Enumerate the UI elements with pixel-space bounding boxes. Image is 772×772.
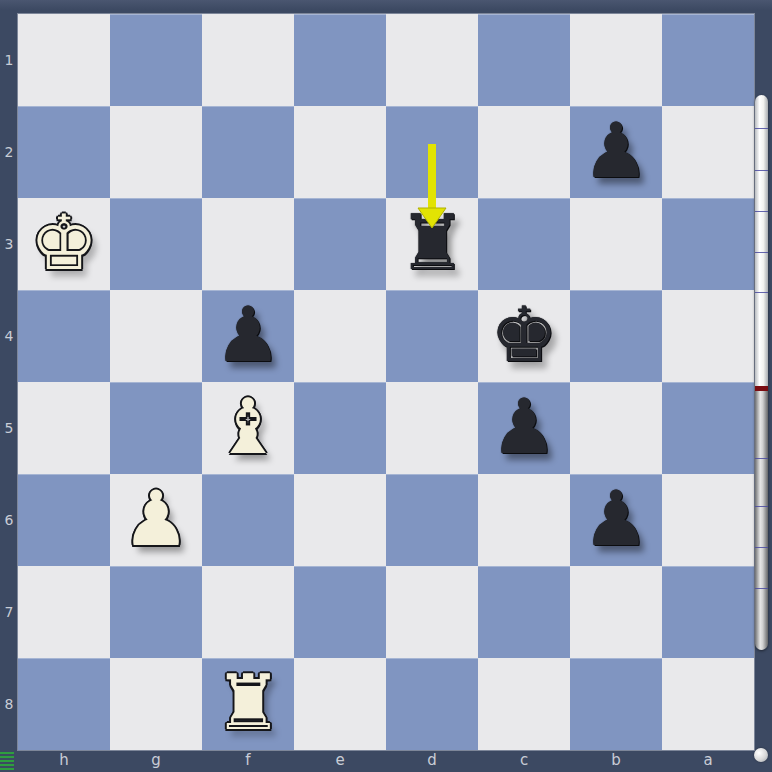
file-label-f: f (202, 750, 294, 772)
file-label-b: b (570, 750, 662, 772)
square-d1[interactable] (386, 14, 478, 106)
rank-label-8: 8 (0, 658, 18, 750)
square-f1[interactable] (202, 14, 294, 106)
square-a2[interactable] (662, 106, 754, 198)
white-bishop-f5[interactable]: ♝ (202, 382, 294, 474)
square-b3[interactable] (570, 198, 662, 290)
black-pawn-c5[interactable]: ♟ (478, 382, 570, 474)
white-king-h3[interactable]: ♚ (18, 198, 110, 290)
square-a3[interactable] (662, 198, 754, 290)
file-label-g: g (110, 750, 202, 772)
eval-bar-tick (755, 211, 768, 212)
square-g4[interactable] (110, 290, 202, 382)
file-label-d: d (386, 750, 478, 772)
square-a6[interactable] (662, 474, 754, 566)
square-h4[interactable] (18, 290, 110, 382)
square-e1[interactable] (294, 14, 386, 106)
square-c2[interactable] (478, 106, 570, 198)
turn-indicator-white-dot (754, 748, 768, 762)
eval-bar-tick (755, 170, 768, 171)
black-king-c4[interactable]: ♚ (478, 290, 570, 382)
square-d8[interactable] (386, 658, 478, 750)
square-f6[interactable] (202, 474, 294, 566)
square-c6[interactable] (478, 474, 570, 566)
square-e7[interactable] (294, 566, 386, 658)
eval-bar-tick (755, 128, 768, 129)
evaluation-bar (755, 95, 768, 650)
square-h8[interactable] (18, 658, 110, 750)
square-g5[interactable] (110, 382, 202, 474)
file-label-e: e (294, 750, 386, 772)
board-frame: 12345678 ♜♟♝♚♜♚♟♟♟♟ hgfedcba (0, 0, 772, 772)
square-a5[interactable] (662, 382, 754, 474)
square-e5[interactable] (294, 382, 386, 474)
square-g2[interactable] (110, 106, 202, 198)
square-e8[interactable] (294, 658, 386, 750)
rank-label-6: 6 (0, 474, 18, 566)
square-g7[interactable] (110, 566, 202, 658)
square-h2[interactable] (18, 106, 110, 198)
square-f2[interactable] (202, 106, 294, 198)
square-g3[interactable] (110, 198, 202, 290)
rank-label-7: 7 (0, 566, 18, 658)
square-c1[interactable] (478, 14, 570, 106)
square-a1[interactable] (662, 14, 754, 106)
square-b1[interactable] (570, 14, 662, 106)
rank-label-1: 1 (0, 14, 18, 106)
square-a8[interactable] (662, 658, 754, 750)
eval-bar-tick (755, 252, 768, 253)
square-e6[interactable] (294, 474, 386, 566)
square-e2[interactable] (294, 106, 386, 198)
rank-label-2: 2 (0, 106, 18, 198)
square-f3[interactable] (202, 198, 294, 290)
eval-bar-tick (755, 292, 768, 293)
rank-label-3: 3 (0, 198, 18, 290)
black-pawn-f4[interactable]: ♟ (202, 290, 294, 382)
square-h1[interactable] (18, 14, 110, 106)
square-d4[interactable] (386, 290, 478, 382)
square-c7[interactable] (478, 566, 570, 658)
square-h5[interactable] (18, 382, 110, 474)
white-rook-f8[interactable]: ♜ (202, 658, 294, 750)
file-label-h: h (18, 750, 110, 772)
file-label-a: a (662, 750, 754, 772)
eval-bar-white-section (755, 95, 768, 386)
square-d5[interactable] (386, 382, 478, 474)
resize-grip-icon[interactable] (0, 752, 14, 770)
black-pawn-b2[interactable]: ♟ (570, 106, 662, 198)
black-rook-d3[interactable]: ♜ (386, 198, 478, 290)
square-g1[interactable] (110, 14, 202, 106)
file-labels: hgfedcba (18, 750, 754, 772)
square-b8[interactable] (570, 658, 662, 750)
square-b4[interactable] (570, 290, 662, 382)
square-e3[interactable] (294, 198, 386, 290)
white-pawn-g6[interactable]: ♟ (110, 474, 202, 566)
square-e4[interactable] (294, 290, 386, 382)
eval-bar-gray-section (755, 391, 768, 650)
square-d6[interactable] (386, 474, 478, 566)
square-a4[interactable] (662, 290, 754, 382)
eval-bar-tick (755, 588, 768, 589)
square-b5[interactable] (570, 382, 662, 474)
square-f7[interactable] (202, 566, 294, 658)
square-c8[interactable] (478, 658, 570, 750)
eval-bar-tick (755, 506, 768, 507)
square-c3[interactable] (478, 198, 570, 290)
rank-label-4: 4 (0, 290, 18, 382)
eval-bar-tick (755, 458, 768, 459)
square-d2[interactable] (386, 106, 478, 198)
square-a7[interactable] (662, 566, 754, 658)
file-label-c: c (478, 750, 570, 772)
rank-label-5: 5 (0, 382, 18, 474)
square-d7[interactable] (386, 566, 478, 658)
eval-bar-tick (755, 547, 768, 548)
square-g8[interactable] (110, 658, 202, 750)
square-h6[interactable] (18, 474, 110, 566)
square-b7[interactable] (570, 566, 662, 658)
black-pawn-b6[interactable]: ♟ (570, 474, 662, 566)
rank-labels: 12345678 (0, 14, 18, 750)
square-h7[interactable] (18, 566, 110, 658)
